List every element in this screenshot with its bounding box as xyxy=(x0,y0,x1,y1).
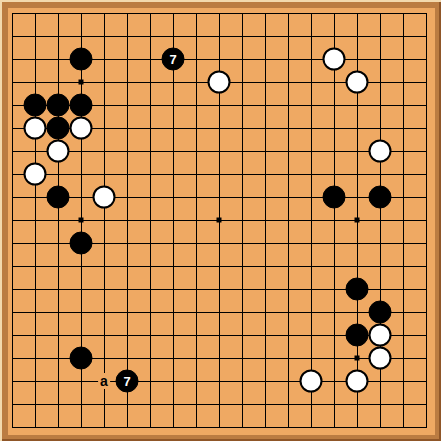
star-point xyxy=(217,218,222,223)
go-board[interactable]: 77a xyxy=(0,0,441,441)
move-number-label: 7 xyxy=(123,375,130,388)
black-stone xyxy=(47,94,70,117)
board-surface: 77a xyxy=(8,8,435,435)
black-stone: 7 xyxy=(116,370,139,393)
white-stone xyxy=(47,140,70,163)
black-stone: 7 xyxy=(162,48,185,71)
black-stone xyxy=(323,186,346,209)
white-stone xyxy=(93,186,116,209)
black-stone xyxy=(346,324,369,347)
black-stone xyxy=(369,301,392,324)
star-point xyxy=(79,218,84,223)
black-stone xyxy=(70,232,93,255)
white-stone xyxy=(346,370,369,393)
black-stone xyxy=(70,94,93,117)
black-stone xyxy=(346,278,369,301)
white-stone xyxy=(346,71,369,94)
star-point xyxy=(79,80,84,85)
white-stone xyxy=(369,347,392,370)
star-point xyxy=(355,218,360,223)
black-stone xyxy=(24,94,47,117)
white-stone xyxy=(208,71,231,94)
black-stone xyxy=(47,186,70,209)
point-label-a: a xyxy=(98,373,110,389)
white-stone xyxy=(323,48,346,71)
black-stone xyxy=(70,48,93,71)
white-stone xyxy=(70,117,93,140)
white-stone xyxy=(24,117,47,140)
white-stone xyxy=(369,324,392,347)
black-stone xyxy=(70,347,93,370)
black-stone xyxy=(47,117,70,140)
star-point xyxy=(355,356,360,361)
black-stone xyxy=(369,186,392,209)
move-number-label: 7 xyxy=(169,53,176,66)
white-stone xyxy=(24,163,47,186)
white-stone xyxy=(369,140,392,163)
white-stone xyxy=(300,370,323,393)
